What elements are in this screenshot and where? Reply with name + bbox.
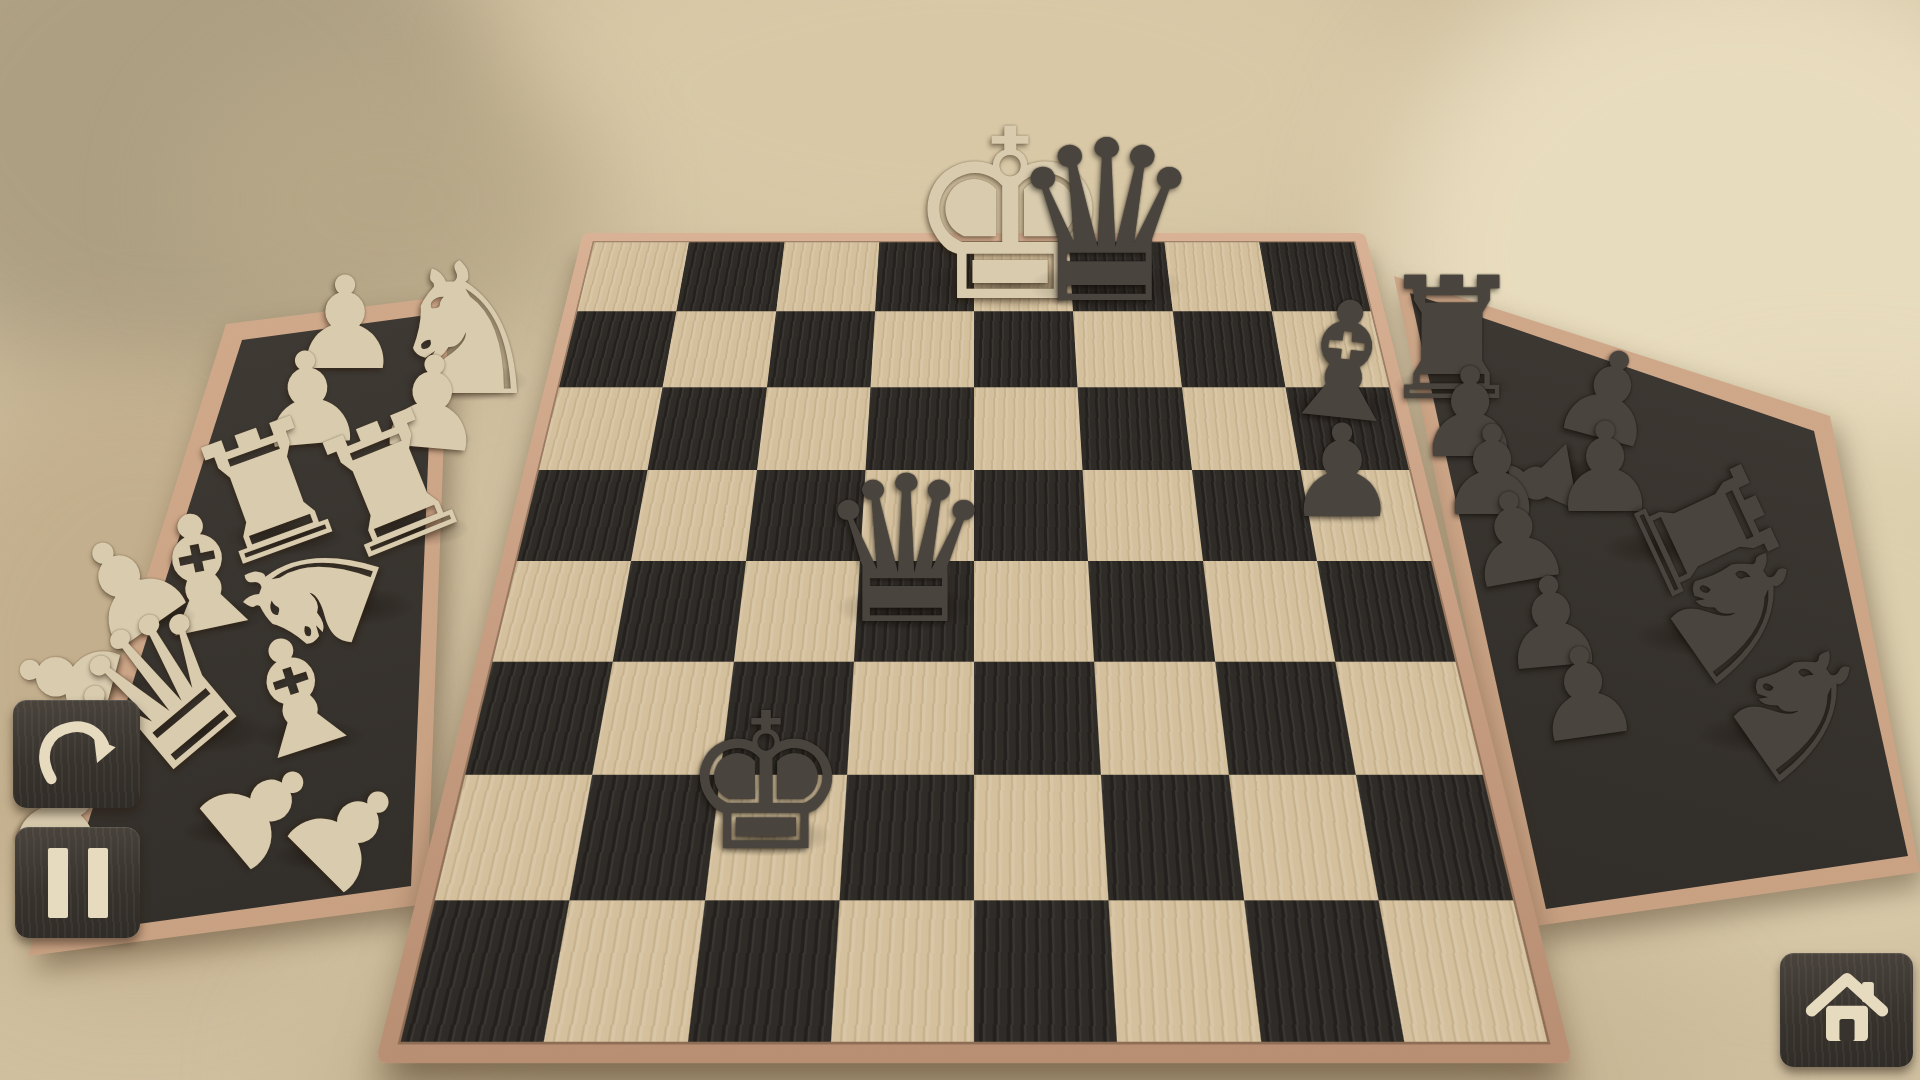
game-screen: ♟♞♟♟♜♜♝♞♟♟♛♝♟♟♟♜♟♟♝♟♟♟♜♟♞♟♞♚♛♝♟♛♚: [0, 0, 1920, 1080]
home-button[interactable]: [1780, 953, 1913, 1067]
square-f3[interactable]: [1094, 662, 1228, 774]
square-b7[interactable]: [663, 312, 776, 388]
square-g1[interactable]: [1244, 900, 1404, 1042]
square-d3[interactable]: [847, 662, 974, 774]
square-b6[interactable]: [648, 387, 767, 470]
redo-curved-arrow-icon: [34, 717, 120, 792]
square-h3[interactable]: [1335, 662, 1483, 774]
square-a5[interactable]: [517, 470, 648, 561]
square-b8[interactable]: [677, 242, 785, 311]
square-a2[interactable]: [435, 774, 593, 900]
pause-bars-icon: [48, 848, 108, 918]
square-h2[interactable]: [1355, 774, 1513, 900]
square-c8[interactable]: [776, 242, 879, 311]
square-d2[interactable]: [839, 774, 974, 900]
square-a4[interactable]: [493, 561, 632, 662]
square-e2[interactable]: [974, 774, 1109, 900]
square-a8[interactable]: [577, 242, 689, 311]
undo-button[interactable]: [13, 700, 140, 808]
square-e1[interactable]: [974, 900, 1117, 1042]
square-f1[interactable]: [1109, 900, 1261, 1042]
square-e3[interactable]: [974, 662, 1101, 774]
square-b5[interactable]: [631, 470, 756, 561]
square-f4[interactable]: [1088, 561, 1214, 662]
pause-button[interactable]: [15, 827, 140, 938]
square-f5[interactable]: [1083, 470, 1203, 561]
square-a6[interactable]: [539, 387, 663, 470]
square-a1[interactable]: [401, 900, 570, 1042]
square-b4[interactable]: [613, 561, 746, 662]
square-f6[interactable]: [1078, 387, 1192, 470]
black-pawn[interactable]: ♟: [1285, 408, 1400, 536]
square-a7[interactable]: [559, 312, 676, 388]
square-c7[interactable]: [767, 312, 875, 388]
black-queen[interactable]: ♛: [815, 450, 997, 653]
square-h1[interactable]: [1378, 900, 1547, 1042]
square-g4[interactable]: [1203, 561, 1336, 662]
black-queen[interactable]: ♛: [1006, 112, 1206, 335]
square-f2[interactable]: [1101, 774, 1243, 900]
house-icon: [1803, 967, 1891, 1054]
square-b1[interactable]: [544, 900, 704, 1042]
black-king[interactable]: ♚: [681, 689, 850, 878]
square-c1[interactable]: [687, 900, 839, 1042]
square-g2[interactable]: [1228, 774, 1378, 900]
square-a3[interactable]: [465, 662, 613, 774]
square-g3[interactable]: [1215, 662, 1356, 774]
square-h4[interactable]: [1317, 561, 1456, 662]
square-d1[interactable]: [831, 900, 974, 1042]
